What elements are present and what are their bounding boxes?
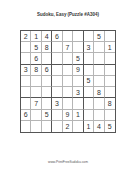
sudoku-cell-r4c1[interactable]: 3	[21, 65, 31, 76]
sudoku-cell-r9c7[interactable]: 1	[84, 121, 94, 132]
sudoku-cell-r5c6[interactable]	[73, 76, 83, 87]
sudoku-cell-r3c2[interactable]: 6	[31, 53, 41, 64]
sudoku-cell-r8c6[interactable]: 1	[73, 110, 83, 121]
sudoku-cell-r3c8[interactable]	[94, 53, 104, 64]
sudoku-cell-r6c5[interactable]	[63, 87, 73, 98]
sudoku-cell-r9c4[interactable]	[52, 121, 62, 132]
sudoku-cell-r5c1[interactable]	[21, 76, 31, 87]
sudoku-cell-r1c1[interactable]: 2	[21, 31, 31, 42]
sudoku-cell-r6c7[interactable]	[84, 87, 94, 98]
sudoku-cell-r7c6[interactable]	[73, 98, 83, 109]
sudoku-cell-r2c9[interactable]: 1	[105, 42, 115, 53]
sudoku-cell-r1c3[interactable]: 4	[42, 31, 52, 42]
footer-url: www.PrintFreeSudoku.com	[31, 160, 106, 163]
sudoku-cell-r8c8[interactable]	[94, 110, 104, 121]
sudoku-cell-r5c4[interactable]	[52, 76, 62, 87]
sudoku-cell-r1c4[interactable]: 6	[52, 31, 62, 42]
sudoku-cell-r7c8[interactable]	[94, 98, 104, 109]
sudoku-cell-r3c5[interactable]	[63, 53, 73, 64]
sudoku-cell-r5c8[interactable]	[94, 76, 104, 87]
sudoku-cell-r1c6[interactable]	[73, 31, 83, 42]
sudoku-cell-r6c4[interactable]	[52, 87, 62, 98]
sudoku-cell-r8c2[interactable]	[31, 110, 41, 121]
sudoku-cell-r5c3[interactable]	[42, 76, 52, 87]
sudoku-cell-r3c4[interactable]	[52, 53, 62, 64]
sudoku-cell-r7c4[interactable]: 3	[52, 98, 62, 109]
sudoku-cell-r8c7[interactable]	[84, 110, 94, 121]
sudoku-cell-r2c7[interactable]: 3	[84, 42, 94, 53]
sudoku-cell-r2c2[interactable]: 5	[31, 42, 41, 53]
sudoku-cell-r1c5[interactable]	[63, 31, 73, 42]
sudoku-cell-r8c1[interactable]: 6	[21, 110, 31, 121]
sudoku-grid: 214655873165386953873865912145	[20, 30, 116, 133]
sudoku-cell-r9c2[interactable]	[31, 121, 41, 132]
sudoku-cell-r4c6[interactable]: 9	[73, 65, 83, 76]
sudoku-cell-r5c7[interactable]: 5	[84, 76, 94, 87]
sudoku-cell-r2c5[interactable]: 7	[63, 42, 73, 53]
sudoku-cell-r6c9[interactable]	[105, 87, 115, 98]
sudoku-cell-r4c7[interactable]	[84, 65, 94, 76]
puzzle-title: Sudoku, Easy (Puzzle #A304)	[24, 12, 111, 16]
sudoku-cell-r2c4[interactable]	[52, 42, 62, 53]
sudoku-cell-r3c9[interactable]	[105, 53, 115, 64]
sudoku-cell-r5c9[interactable]	[105, 76, 115, 87]
sudoku-cell-r8c3[interactable]: 5	[42, 110, 52, 121]
sudoku-cell-r5c2[interactable]	[31, 76, 41, 87]
sudoku-cell-r9c1[interactable]	[21, 121, 31, 132]
sudoku-cell-r7c2[interactable]: 7	[31, 98, 41, 109]
sudoku-cell-r9c9[interactable]: 5	[105, 121, 115, 132]
sudoku-cell-r1c7[interactable]	[84, 31, 94, 42]
sudoku-cell-r7c7[interactable]	[84, 98, 94, 109]
sudoku-cell-r4c9[interactable]	[105, 65, 115, 76]
sudoku-cell-r6c1[interactable]	[21, 87, 31, 98]
sudoku-cell-r3c7[interactable]	[84, 53, 94, 64]
sudoku-cell-r7c9[interactable]: 8	[105, 98, 115, 109]
sudoku-cell-r2c6[interactable]	[73, 42, 83, 53]
sudoku-cell-r4c8[interactable]	[94, 65, 104, 76]
sudoku-cell-r9c8[interactable]: 4	[94, 121, 104, 132]
sudoku-cell-r3c6[interactable]: 5	[73, 53, 83, 64]
page: Sudoku, Easy (Puzzle #A304) 214655873165…	[0, 0, 136, 176]
sudoku-cell-r1c9[interactable]	[105, 31, 115, 42]
sudoku-cell-r7c3[interactable]	[42, 98, 52, 109]
sudoku-cell-r9c3[interactable]	[42, 121, 52, 132]
sudoku-cell-r8c9[interactable]	[105, 110, 115, 121]
sudoku-cell-r9c5[interactable]: 2	[63, 121, 73, 132]
sudoku-cell-r4c5[interactable]	[63, 65, 73, 76]
sudoku-cell-r6c8[interactable]: 8	[94, 87, 104, 98]
sudoku-cell-r4c2[interactable]: 8	[31, 65, 41, 76]
sudoku-cell-r1c2[interactable]: 1	[31, 31, 41, 42]
sudoku-cell-r2c8[interactable]	[94, 42, 104, 53]
sudoku-cell-r8c4[interactable]	[52, 110, 62, 121]
sudoku-cell-r9c6[interactable]	[73, 121, 83, 132]
sudoku-cell-r7c5[interactable]	[63, 98, 73, 109]
sudoku-cell-r6c6[interactable]: 3	[73, 87, 83, 98]
sudoku-cell-r3c3[interactable]	[42, 53, 52, 64]
sudoku-cell-r5c5[interactable]	[63, 76, 73, 87]
sudoku-cell-r3c1[interactable]	[21, 53, 31, 64]
sudoku-cell-r4c3[interactable]: 6	[42, 65, 52, 76]
sudoku-cell-r6c3[interactable]	[42, 87, 52, 98]
sudoku-cell-r2c1[interactable]	[21, 42, 31, 53]
sudoku-cell-r7c1[interactable]	[21, 98, 31, 109]
sudoku-cell-r8c5[interactable]: 9	[63, 110, 73, 121]
sudoku-cell-r6c2[interactable]	[31, 87, 41, 98]
sudoku-cell-r4c4[interactable]	[52, 65, 62, 76]
sudoku-cell-r2c3[interactable]: 8	[42, 42, 52, 53]
sudoku-cell-r1c8[interactable]: 5	[94, 31, 104, 42]
